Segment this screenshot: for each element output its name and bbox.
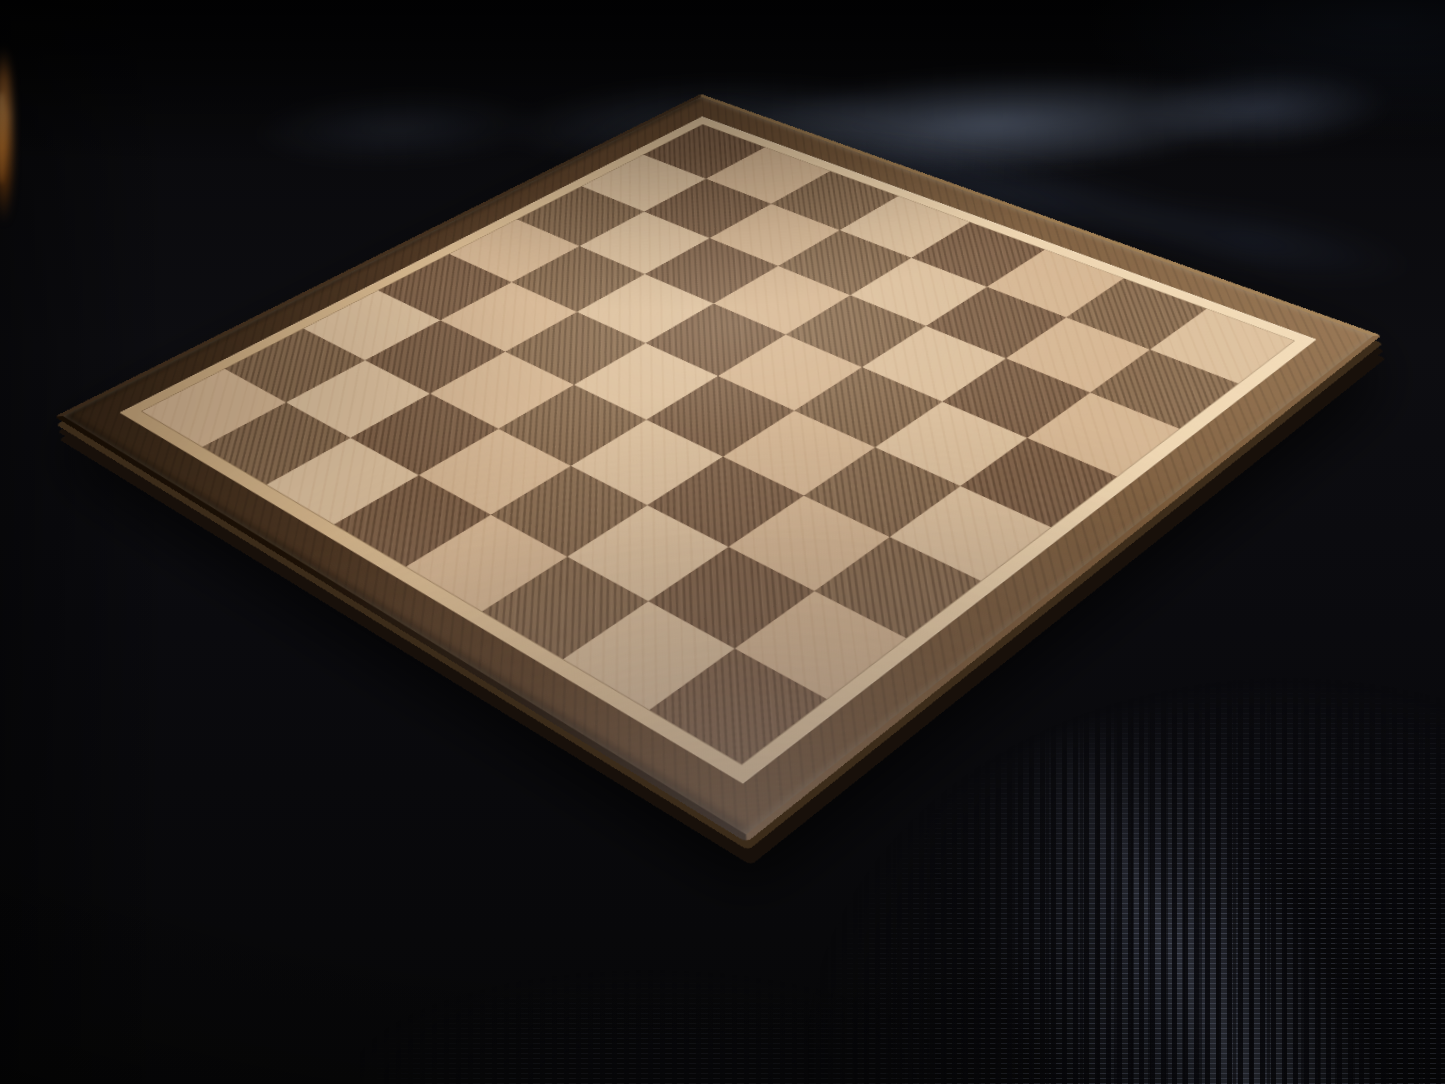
photo-scene	[0, 0, 1445, 1084]
